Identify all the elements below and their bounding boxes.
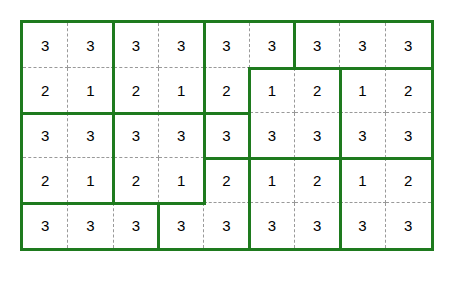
cell-r2c3[interactable]: 2 xyxy=(114,68,159,113)
cell-r5c5[interactable]: 3 xyxy=(204,203,249,248)
cell-r3c5[interactable]: 3 xyxy=(204,113,249,158)
cell-r4c9[interactable]: 2 xyxy=(386,158,431,203)
cell-r5c3[interactable]: 3 xyxy=(114,203,159,248)
puzzle-diagram: 3333333332121212123333333332121212123333… xyxy=(0,0,459,281)
cell-r2c2[interactable]: 1 xyxy=(68,68,113,113)
cell-r4c6[interactable]: 1 xyxy=(250,158,295,203)
cell-r1c3[interactable]: 3 xyxy=(114,23,159,68)
cell-r3c9[interactable]: 3 xyxy=(386,113,431,158)
cell-r2c4[interactable]: 1 xyxy=(159,68,204,113)
cell-r1c5[interactable]: 3 xyxy=(204,23,249,68)
cell-r3c4[interactable]: 3 xyxy=(159,113,204,158)
cell-r1c4[interactable]: 3 xyxy=(159,23,204,68)
cell-r4c3[interactable]: 2 xyxy=(114,158,159,203)
cell-r5c7[interactable]: 3 xyxy=(295,203,340,248)
cell-r1c7[interactable]: 3 xyxy=(295,23,340,68)
cell-r3c6[interactable]: 3 xyxy=(250,113,295,158)
cell-r3c8[interactable]: 3 xyxy=(340,113,385,158)
cell-r1c1[interactable]: 3 xyxy=(23,23,68,68)
cell-r5c2[interactable]: 3 xyxy=(68,203,113,248)
cell-r5c8[interactable]: 3 xyxy=(340,203,385,248)
cell-r5c6[interactable]: 3 xyxy=(250,203,295,248)
cell-r2c9[interactable]: 2 xyxy=(386,68,431,113)
cell-r1c2[interactable]: 3 xyxy=(68,23,113,68)
cell-r4c1[interactable]: 2 xyxy=(23,158,68,203)
cell-r4c7[interactable]: 2 xyxy=(295,158,340,203)
cell-r4c5[interactable]: 2 xyxy=(204,158,249,203)
cell-r3c7[interactable]: 3 xyxy=(295,113,340,158)
cell-r5c4[interactable]: 3 xyxy=(159,203,204,248)
cell-r2c1[interactable]: 2 xyxy=(23,68,68,113)
cell-r4c2[interactable]: 1 xyxy=(68,158,113,203)
cell-r3c3[interactable]: 3 xyxy=(114,113,159,158)
cell-r3c1[interactable]: 3 xyxy=(23,113,68,158)
cell-r2c8[interactable]: 1 xyxy=(340,68,385,113)
cell-r1c9[interactable]: 3 xyxy=(386,23,431,68)
cell-r4c8[interactable]: 1 xyxy=(340,158,385,203)
cell-r2c5[interactable]: 2 xyxy=(204,68,249,113)
cell-r3c2[interactable]: 3 xyxy=(68,113,113,158)
cell-r1c6[interactable]: 3 xyxy=(250,23,295,68)
cell-r1c8[interactable]: 3 xyxy=(340,23,385,68)
cell-r5c9[interactable]: 3 xyxy=(386,203,431,248)
cell-r4c4[interactable]: 1 xyxy=(159,158,204,203)
cell-r2c7[interactable]: 2 xyxy=(295,68,340,113)
puzzle-grid: 3333333332121212123333333332121212123333… xyxy=(20,20,434,251)
cell-r5c1[interactable]: 3 xyxy=(23,203,68,248)
cell-r2c6[interactable]: 1 xyxy=(250,68,295,113)
